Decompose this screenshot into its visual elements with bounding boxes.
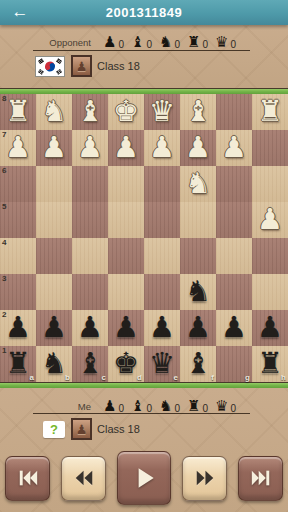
square-g8[interactable]	[216, 94, 252, 130]
white-pawn: ♟	[108, 130, 144, 166]
step-back-button[interactable]	[61, 456, 106, 501]
square-b5[interactable]	[36, 202, 72, 238]
square-e2[interactable]: ♟	[144, 310, 180, 346]
rank-label-5: 5	[2, 202, 6, 211]
white-pawn: ♟	[36, 130, 72, 166]
white-knight: ♞	[180, 166, 216, 202]
chess-board: 8♜♞♝♚♛♝♜7♟♟♟♟♟♟♟6♞5♟43♞2♟♟♟♟♟♟♟♟1a♜b♞c♝d…	[0, 94, 288, 382]
square-c6[interactable]	[72, 166, 108, 202]
square-f2[interactable]: ♟	[180, 310, 216, 346]
captured-pawn-counter: ♟0	[103, 398, 124, 415]
white-rook: ♜	[252, 94, 288, 130]
rank-label-4: 4	[2, 238, 6, 247]
black-pawn: ♟	[36, 310, 72, 346]
white-bishop: ♝	[180, 94, 216, 130]
chess-app-screen: ← 2001311849 Opponent ♟0♝0♞0♜0♛0	[0, 0, 288, 512]
square-g3[interactable]	[216, 274, 252, 310]
black-pawn: ♟	[108, 310, 144, 346]
me-label: Me	[0, 401, 91, 412]
white-pawn: ♟	[216, 130, 252, 166]
square-e5[interactable]	[144, 202, 180, 238]
square-g6[interactable]	[216, 166, 252, 202]
step-forward-button[interactable]	[182, 456, 227, 501]
square-h4[interactable]	[252, 238, 288, 274]
white-pawn: ♟	[72, 130, 108, 166]
bishop-icon: ♝	[131, 34, 144, 51]
pawn-avatar-icon: ♟	[76, 59, 88, 74]
square-g2[interactable]: ♟	[216, 310, 252, 346]
captured-rook-counter: ♜0	[187, 34, 208, 51]
square-g7[interactable]: ♟	[216, 130, 252, 166]
square-b6[interactable]	[36, 166, 72, 202]
square-h6[interactable]	[252, 166, 288, 202]
square-a6[interactable]: 6	[0, 166, 36, 202]
square-h8[interactable]: ♜	[252, 94, 288, 130]
rank-label-6: 6	[2, 166, 6, 175]
square-e3[interactable]	[144, 274, 180, 310]
square-h3[interactable]	[252, 274, 288, 310]
square-d7[interactable]: ♟	[108, 130, 144, 166]
skip-to-end-icon	[250, 467, 272, 489]
square-b3[interactable]	[36, 274, 72, 310]
play-icon	[130, 464, 158, 492]
square-c3[interactable]	[72, 274, 108, 310]
opponent-panel: Opponent ♟0♝0♞0♜0♛0	[0, 25, 288, 88]
square-b1[interactable]: b♞	[36, 346, 72, 382]
square-d1[interactable]: d♚	[108, 346, 144, 382]
square-c8[interactable]: ♝	[72, 94, 108, 130]
square-f3[interactable]: ♞	[180, 274, 216, 310]
file-label-g: g	[245, 373, 250, 382]
black-knight: ♞	[180, 274, 216, 310]
file-label-a: a	[30, 373, 34, 382]
opponent-avatar[interactable]: ♟	[71, 55, 92, 77]
captured-pawn-count: 0	[118, 39, 124, 51]
square-a7[interactable]: 7♟	[0, 130, 36, 166]
white-bishop: ♝	[72, 94, 108, 130]
knight-icon: ♞	[159, 398, 172, 415]
me-divider-line	[33, 413, 250, 414]
black-pawn: ♟	[72, 310, 108, 346]
skip-to-start-icon	[17, 467, 39, 489]
queen-icon: ♛	[215, 34, 228, 51]
square-b7[interactable]: ♟	[36, 130, 72, 166]
square-d6[interactable]	[108, 166, 144, 202]
square-a8[interactable]: 8♜	[0, 94, 36, 130]
square-e4[interactable]	[144, 238, 180, 274]
knight-icon: ♞	[159, 34, 172, 51]
rook-icon: ♜	[187, 398, 200, 415]
square-f8[interactable]: ♝	[180, 94, 216, 130]
rank-label-7: 7	[2, 130, 6, 139]
opponent-class-label: Class 18	[97, 60, 140, 72]
file-label-e: e	[174, 373, 178, 382]
square-e1[interactable]: e♛	[144, 346, 180, 382]
unknown-flag-icon: ?	[43, 421, 65, 438]
opponent-label: Opponent	[0, 37, 91, 48]
me-avatar[interactable]: ♟	[71, 418, 92, 440]
skip-to-start-button[interactable]	[5, 456, 50, 501]
captured-queen-counter: ♛0	[215, 34, 236, 51]
square-f5[interactable]	[180, 202, 216, 238]
captured-bishop-counter: ♝0	[131, 34, 152, 51]
black-pawn: ♟	[216, 310, 252, 346]
file-label-b: b	[65, 373, 70, 382]
file-label-f: f	[211, 373, 214, 382]
captured-bishop-counter: ♝0	[131, 398, 152, 415]
rank-label-1: 1	[2, 346, 6, 355]
square-e8[interactable]: ♛	[144, 94, 180, 130]
square-f1[interactable]: f♝	[180, 346, 216, 382]
square-a2[interactable]: 2♟	[0, 310, 36, 346]
square-b4[interactable]	[36, 238, 72, 274]
pawn-avatar-icon: ♟	[76, 422, 88, 437]
white-pawn: ♟	[180, 130, 216, 166]
queen-icon: ♛	[215, 398, 228, 415]
square-g5[interactable]	[216, 202, 252, 238]
play-button[interactable]	[117, 451, 171, 505]
square-b8[interactable]: ♞	[36, 94, 72, 130]
opponent-divider-line	[33, 50, 250, 51]
captured-knight-counter: ♞0	[159, 398, 180, 415]
square-c7[interactable]: ♟	[72, 130, 108, 166]
square-g1[interactable]: g	[216, 346, 252, 382]
rank-label-3: 3	[2, 274, 6, 283]
square-e6[interactable]	[144, 166, 180, 202]
square-b2[interactable]: ♟	[36, 310, 72, 346]
me-captured-tray: ♟0♝0♞0♜0♛0	[103, 398, 243, 415]
square-a3[interactable]: 3	[0, 274, 36, 310]
square-e7[interactable]: ♟	[144, 130, 180, 166]
skip-to-end-button[interactable]	[238, 456, 283, 501]
square-c1[interactable]: c♝	[72, 346, 108, 382]
top-bar: ← 2001311849	[0, 0, 288, 25]
captured-bishop-count: 0	[146, 39, 152, 51]
square-g4[interactable]	[216, 238, 252, 274]
square-a1[interactable]: 1a♜	[0, 346, 36, 382]
black-pawn: ♟	[180, 310, 216, 346]
game-id-title: 2001311849	[0, 0, 288, 25]
white-knight: ♞	[36, 94, 72, 130]
me-class-label: Class 18	[97, 423, 140, 435]
bishop-icon: ♝	[131, 398, 144, 415]
square-h5[interactable]: ♟	[252, 202, 288, 238]
square-f6[interactable]: ♞	[180, 166, 216, 202]
square-a4[interactable]: 4	[0, 238, 36, 274]
white-king: ♚	[108, 94, 144, 130]
replay-controls	[0, 448, 288, 508]
square-f4[interactable]	[180, 238, 216, 274]
me-panel: Me ♟0♝0♞0♜0♛0 ? ♟ Class 18	[0, 388, 288, 512]
opponent-captured-tray: ♟0♝0♞0♜0♛0	[103, 34, 243, 51]
file-label-d: d	[137, 373, 142, 382]
square-h2[interactable]: ♟	[252, 310, 288, 346]
file-label-h: h	[281, 373, 286, 382]
captured-knight-counter: ♞0	[159, 34, 180, 51]
black-pawn: ♟	[252, 310, 288, 346]
pawn-icon: ♟	[103, 34, 116, 51]
captured-pawn-counter: ♟0	[103, 34, 124, 51]
square-c4[interactable]	[72, 238, 108, 274]
pawn-icon: ♟	[103, 398, 116, 415]
square-c5[interactable]	[72, 202, 108, 238]
south-korea-flag-icon	[35, 56, 65, 77]
rook-icon: ♜	[187, 34, 200, 51]
square-f7[interactable]: ♟	[180, 130, 216, 166]
rank-label-8: 8	[2, 94, 6, 103]
rank-label-2: 2	[2, 310, 6, 319]
captured-queen-counter: ♛0	[215, 398, 236, 415]
square-h7[interactable]	[252, 130, 288, 166]
square-c2[interactable]: ♟	[72, 310, 108, 346]
white-queen: ♛	[144, 94, 180, 130]
file-label-c: c	[102, 373, 106, 382]
step-forward-icon	[194, 467, 216, 489]
captured-knight-count: 0	[174, 39, 180, 51]
square-d8[interactable]: ♚	[108, 94, 144, 130]
square-d4[interactable]	[108, 238, 144, 274]
square-a5[interactable]: 5	[0, 202, 36, 238]
white-pawn: ♟	[252, 202, 288, 238]
square-d3[interactable]	[108, 274, 144, 310]
square-h1[interactable]: h♜	[252, 346, 288, 382]
white-pawn: ♟	[144, 130, 180, 166]
captured-rook-count: 0	[203, 39, 209, 51]
square-d5[interactable]	[108, 202, 144, 238]
square-d2[interactable]: ♟	[108, 310, 144, 346]
captured-queen-count: 0	[231, 39, 237, 51]
captured-rook-counter: ♜0	[187, 398, 208, 415]
step-back-icon	[73, 467, 95, 489]
black-pawn: ♟	[144, 310, 180, 346]
